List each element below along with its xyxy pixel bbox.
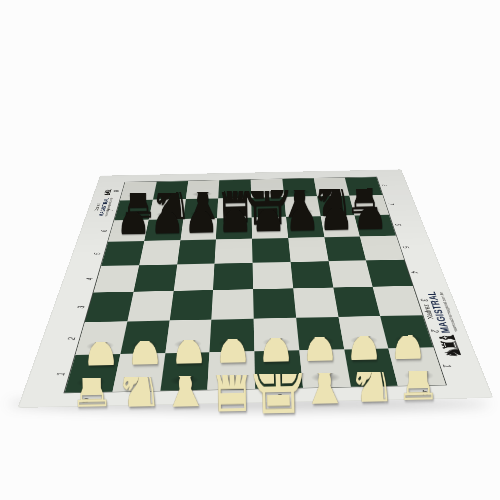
- square-d5[interactable]: [215, 239, 253, 264]
- rank-label-6: 6: [82, 228, 127, 234]
- rank-label-3: 3: [54, 303, 107, 311]
- square-b5[interactable]: [139, 240, 180, 265]
- square-g1[interactable]: ♞: [344, 349, 398, 387]
- square-g4[interactable]: [328, 260, 373, 287]
- rank-label-5: 5: [382, 244, 429, 250]
- square-b7[interactable]: ♟: [149, 199, 186, 219]
- rank-label-2: 2: [43, 334, 99, 343]
- square-b6[interactable]: [144, 219, 183, 241]
- rank-label-1: 1: [31, 369, 91, 379]
- square-f5[interactable]: [288, 237, 328, 262]
- square-c4[interactable]: [173, 264, 214, 291]
- white-bishop[interactable]: ♝: [300, 372, 350, 373]
- square-e4[interactable]: [253, 262, 293, 289]
- white-bishop[interactable]: ♝: [160, 375, 210, 376]
- file-label-f: f: [303, 390, 353, 399]
- square-b1[interactable]: ♞: [112, 353, 165, 391]
- file-label-h: h: [400, 388, 451, 397]
- square-g7[interactable]: ♟: [317, 196, 355, 216]
- square-f4[interactable]: [290, 261, 332, 288]
- file-label-a: a: [60, 395, 111, 404]
- square-e6[interactable]: [252, 217, 288, 239]
- square-d6[interactable]: [216, 217, 252, 239]
- chess-pieces-emblem-icon: ♞♜♝: [435, 336, 467, 358]
- board-scene: ♜♞♝♛♚♝♞♜♟♟♟♟♟♟♟♟♟♟♟♟♟♟♟♟♜♞♝♛♚♝♞♜ abcdefg…: [7, 0, 494, 408]
- square-b4[interactable]: [133, 264, 176, 291]
- square-f6[interactable]: [286, 216, 324, 238]
- brand-top-left-content: Xadrez MAGISTRAL www.xadrezmagistral.com…: [92, 190, 117, 217]
- file-label-c: c: [158, 393, 207, 402]
- rank-label-7: 7: [370, 201, 413, 206]
- file-label-e: e: [255, 391, 304, 400]
- square-d4[interactable]: [213, 263, 253, 290]
- rank-label-1: 1: [417, 361, 477, 371]
- rank-label-8: 8: [364, 183, 405, 188]
- square-e7[interactable]: ♟: [251, 197, 286, 217]
- square-c7[interactable]: ♟: [183, 198, 218, 218]
- chess-set-photo: ♜♞♝♛♚♝♞♜♟♟♟♟♟♟♟♟♟♟♟♟♟♟♟♟♜♞♝♛♚♝♞♜ abcdefg…: [0, 0, 500, 500]
- file-label-g: g: [352, 389, 402, 398]
- square-g6[interactable]: [320, 215, 360, 237]
- rank-label-6: 6: [376, 222, 421, 228]
- square-d7[interactable]: ♟: [217, 198, 251, 218]
- rank-label-4: 4: [390, 269, 440, 276]
- brand-text: Xadrez MAGISTRAL www.xadrezmagistral.com…: [92, 198, 114, 217]
- white-knight[interactable]: ♞: [114, 376, 163, 377]
- rank-label-4: 4: [64, 275, 114, 282]
- file-label-b: b: [109, 394, 159, 403]
- chess-pieces-emblem-icon: ♞♜♝: [102, 190, 113, 196]
- square-g5[interactable]: [324, 237, 366, 261]
- file-label-d: d: [207, 392, 256, 401]
- square-f7[interactable]: ♟: [284, 196, 320, 216]
- square-c6[interactable]: [180, 218, 217, 240]
- square-c5[interactable]: [177, 240, 216, 265]
- square-f1[interactable]: ♝: [299, 350, 350, 388]
- rank-label-5: 5: [73, 250, 120, 257]
- square-e1[interactable]: ♚: [254, 351, 302, 389]
- square-e5[interactable]: [252, 238, 290, 263]
- vinyl-chess-mat: ♜♞♝♛♚♝♞♜♟♟♟♟♟♟♟♟♟♟♟♟♟♟♟♟♜♞♝♛♚♝♞♜ abcdefg…: [18, 169, 494, 407]
